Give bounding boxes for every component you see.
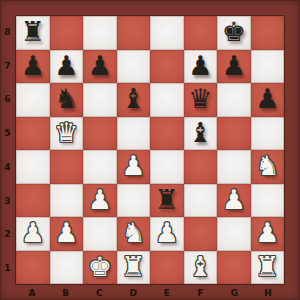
rank-label-8: 8 <box>0 15 15 49</box>
piece-white-pawn-a2[interactable]: ♟ <box>21 219 45 246</box>
square-g8[interactable]: ♚ <box>217 16 251 50</box>
piece-white-knight-d2[interactable]: ♞ <box>121 219 145 246</box>
square-g7[interactable]: ♟ <box>217 50 251 84</box>
file-label-h: H <box>251 285 285 300</box>
rank-label-2: 2 <box>0 218 15 252</box>
square-a2[interactable]: ♟ <box>16 217 50 251</box>
square-h8[interactable] <box>251 16 285 50</box>
piece-white-pawn-g3[interactable]: ♟ <box>222 186 246 213</box>
square-h6[interactable]: ♟ <box>251 83 285 117</box>
file-label-b: B <box>49 285 83 300</box>
square-b4[interactable] <box>50 150 84 184</box>
square-a5[interactable] <box>16 117 50 151</box>
piece-white-pawn-b2[interactable]: ♟ <box>54 219 78 246</box>
piece-white-bishop-f1[interactable]: ♝ <box>188 253 212 280</box>
square-g2[interactable] <box>217 217 251 251</box>
rank-label-1: 1 <box>0 251 15 285</box>
square-e8[interactable] <box>150 16 184 50</box>
square-c2[interactable] <box>83 217 117 251</box>
square-g1[interactable] <box>217 251 251 285</box>
square-e5[interactable] <box>150 117 184 151</box>
square-e1[interactable] <box>150 251 184 285</box>
rank-label-7: 7 <box>0 49 15 83</box>
square-a7[interactable]: ♟ <box>16 50 50 84</box>
square-f7[interactable]: ♟ <box>184 50 218 84</box>
square-g3[interactable]: ♟ <box>217 184 251 218</box>
square-f4[interactable] <box>184 150 218 184</box>
piece-white-knight-h4[interactable]: ♞ <box>255 152 279 179</box>
file-labels: ABCDEFGH <box>15 285 285 300</box>
file-label-g: G <box>218 285 252 300</box>
file-label-a: A <box>15 285 49 300</box>
piece-white-king-c1[interactable]: ♚ <box>88 253 112 280</box>
square-e4[interactable] <box>150 150 184 184</box>
square-b5[interactable]: ♛ <box>50 117 84 151</box>
piece-black-pawn-f7[interactable]: ♟ <box>188 52 212 79</box>
square-a8[interactable]: ♜ <box>16 16 50 50</box>
rank-label-4: 4 <box>0 150 15 184</box>
square-g4[interactable] <box>217 150 251 184</box>
piece-white-rook-h1[interactable]: ♜ <box>255 253 279 280</box>
square-a4[interactable] <box>16 150 50 184</box>
piece-black-pawn-c7[interactable]: ♟ <box>88 52 112 79</box>
square-h7[interactable] <box>251 50 285 84</box>
piece-black-king-g8[interactable]: ♚ <box>222 18 246 45</box>
file-label-f: F <box>184 285 218 300</box>
rank-labels: 87654321 <box>0 15 15 285</box>
square-c7[interactable]: ♟ <box>83 50 117 84</box>
square-e6[interactable] <box>150 83 184 117</box>
square-d1[interactable]: ♜ <box>117 251 151 285</box>
file-label-e: E <box>150 285 184 300</box>
square-c1[interactable]: ♚ <box>83 251 117 285</box>
rank-label-3: 3 <box>0 184 15 218</box>
piece-black-rook-a8[interactable]: ♜ <box>21 18 45 45</box>
chess-board-frame: 87654321 ♜♚♟♟♟♟♟♞♝♛♟♛♝♟♞♟♜♟♟♟♞♟♟♚♜♝♜ ABC… <box>0 0 300 300</box>
square-b6[interactable]: ♞ <box>50 83 84 117</box>
square-g5[interactable] <box>217 117 251 151</box>
piece-black-knight-b6[interactable]: ♞ <box>54 85 78 112</box>
square-f6[interactable]: ♛ <box>184 83 218 117</box>
square-e2[interactable]: ♟ <box>150 217 184 251</box>
square-f8[interactable] <box>184 16 218 50</box>
square-g6[interactable] <box>217 83 251 117</box>
square-h3[interactable] <box>251 184 285 218</box>
square-h2[interactable]: ♟ <box>251 217 285 251</box>
piece-white-pawn-h2[interactable]: ♟ <box>255 219 279 246</box>
piece-white-pawn-e2[interactable]: ♟ <box>155 219 179 246</box>
piece-black-pawn-h6[interactable]: ♟ <box>255 85 279 112</box>
piece-black-pawn-a7[interactable]: ♟ <box>21 52 45 79</box>
square-c8[interactable] <box>83 16 117 50</box>
square-a3[interactable] <box>16 184 50 218</box>
square-f5[interactable]: ♝ <box>184 117 218 151</box>
piece-black-queen-f6[interactable]: ♛ <box>188 85 212 112</box>
rank-label-5: 5 <box>0 116 15 150</box>
square-b1[interactable] <box>50 251 84 285</box>
square-h5[interactable] <box>251 117 285 151</box>
piece-black-pawn-g7[interactable]: ♟ <box>222 52 246 79</box>
square-b2[interactable]: ♟ <box>50 217 84 251</box>
square-b8[interactable] <box>50 16 84 50</box>
file-label-d: D <box>116 285 150 300</box>
rank-label-6: 6 <box>0 83 15 117</box>
piece-white-pawn-c3[interactable]: ♟ <box>88 186 112 213</box>
square-c6[interactable] <box>83 83 117 117</box>
square-c3[interactable]: ♟ <box>83 184 117 218</box>
square-h4[interactable]: ♞ <box>251 150 285 184</box>
square-a6[interactable] <box>16 83 50 117</box>
square-d8[interactable] <box>117 16 151 50</box>
piece-black-rook-e3[interactable]: ♜ <box>155 186 179 213</box>
chess-board: ♜♚♟♟♟♟♟♞♝♛♟♛♝♟♞♟♜♟♟♟♞♟♟♚♜♝♜ <box>15 15 285 285</box>
square-f3[interactable] <box>184 184 218 218</box>
piece-white-rook-d1[interactable]: ♜ <box>121 253 145 280</box>
square-d3[interactable] <box>117 184 151 218</box>
piece-white-queen-b5[interactable]: ♛ <box>54 119 78 146</box>
square-f2[interactable] <box>184 217 218 251</box>
piece-black-pawn-b7[interactable]: ♟ <box>54 52 78 79</box>
piece-black-bishop-d6[interactable]: ♝ <box>121 85 145 112</box>
square-e7[interactable] <box>150 50 184 84</box>
piece-white-pawn-d4[interactable]: ♟ <box>121 152 145 179</box>
square-d2[interactable]: ♞ <box>117 217 151 251</box>
square-d4[interactable]: ♟ <box>117 150 151 184</box>
square-c4[interactable] <box>83 150 117 184</box>
file-label-c: C <box>83 285 117 300</box>
square-a1[interactable] <box>16 251 50 285</box>
square-f1[interactable]: ♝ <box>184 251 218 285</box>
square-h1[interactable]: ♜ <box>251 251 285 285</box>
square-e3[interactable]: ♜ <box>150 184 184 218</box>
piece-black-bishop-f5[interactable]: ♝ <box>188 119 212 146</box>
square-d5[interactable] <box>117 117 151 151</box>
square-b3[interactable] <box>50 184 84 218</box>
square-c5[interactable] <box>83 117 117 151</box>
square-d6[interactable]: ♝ <box>117 83 151 117</box>
square-d7[interactable] <box>117 50 151 84</box>
square-b7[interactable]: ♟ <box>50 50 84 84</box>
